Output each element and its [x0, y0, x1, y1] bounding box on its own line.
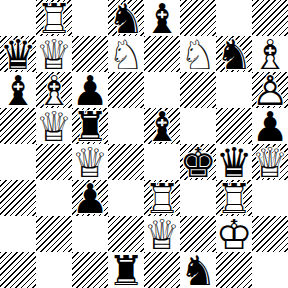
square-c8[interactable] [72, 0, 108, 36]
piece-white-queen: ♛♕ [144, 216, 180, 252]
square-d5[interactable] [108, 108, 144, 144]
piece-white-queen: ♛♕ [252, 144, 288, 180]
square-d4[interactable] [108, 144, 144, 180]
square-h3[interactable] [252, 180, 288, 216]
piece-glyph: ♘ [180, 37, 216, 73]
piece-glyph: ♕ [36, 109, 72, 145]
piece-black-knight: ♞♞ [180, 252, 216, 288]
square-f7[interactable]: ♞♘ [180, 36, 216, 72]
piece-glyph: ♘ [108, 37, 144, 73]
square-h4[interactable]: ♛♕ [252, 144, 288, 180]
square-g1[interactable] [216, 252, 252, 288]
square-h1[interactable] [252, 252, 288, 288]
piece-glyph: ♕ [252, 145, 288, 181]
piece-glyph: ♜ [108, 253, 144, 288]
square-f6[interactable] [180, 72, 216, 108]
square-h2[interactable] [252, 216, 288, 252]
piece-glyph: ♝ [144, 109, 180, 145]
square-g2[interactable]: ♚♔ [216, 216, 252, 252]
square-e5[interactable]: ♝♝ [144, 108, 180, 144]
piece-glyph: ♚ [180, 145, 216, 181]
piece-white-queen: ♛♕ [36, 108, 72, 144]
square-f1[interactable]: ♞♞ [180, 252, 216, 288]
square-c3[interactable]: ♟♟ [72, 180, 108, 216]
piece-glyph: ♟ [72, 181, 108, 217]
square-e8[interactable]: ♝♝ [144, 0, 180, 36]
square-f4[interactable]: ♚♚ [180, 144, 216, 180]
piece-glyph: ♔ [216, 217, 252, 253]
square-g6[interactable] [216, 72, 252, 108]
square-b4[interactable] [36, 144, 72, 180]
square-a5[interactable] [0, 108, 36, 144]
square-a3[interactable] [0, 180, 36, 216]
piece-glyph: ♝ [0, 73, 36, 109]
square-c2[interactable] [72, 216, 108, 252]
square-d6[interactable] [108, 72, 144, 108]
piece-white-knight: ♞♘ [180, 36, 216, 72]
piece-glyph: ♞ [216, 37, 252, 73]
square-a6[interactable]: ♝♝ [0, 72, 36, 108]
chess-board: ♜♖♞♞♝♝♛♛♛♕♞♘♞♘♞♞♝♗♝♝♝♗♟♟♟♙♛♕♜♜♝♝♟♟♛♕♚♚♛♛… [0, 0, 288, 288]
square-f3[interactable] [180, 180, 216, 216]
piece-glyph: ♞ [180, 253, 216, 288]
piece-glyph: ♕ [144, 217, 180, 253]
square-c1[interactable] [72, 252, 108, 288]
piece-white-king: ♚♔ [216, 216, 252, 252]
piece-black-bishop: ♝♝ [0, 72, 36, 108]
square-g7[interactable]: ♞♞ [216, 36, 252, 72]
square-e7[interactable] [144, 36, 180, 72]
square-b3[interactable] [36, 180, 72, 216]
square-b2[interactable] [36, 216, 72, 252]
piece-black-knight: ♞♞ [216, 36, 252, 72]
square-d3[interactable] [108, 180, 144, 216]
piece-glyph: ♝ [144, 1, 180, 37]
square-a2[interactable] [0, 216, 36, 252]
piece-black-king: ♚♚ [180, 144, 216, 180]
square-e1[interactable] [144, 252, 180, 288]
piece-black-bishop: ♝♝ [144, 108, 180, 144]
square-d1[interactable]: ♜♜ [108, 252, 144, 288]
square-d7[interactable]: ♞♘ [108, 36, 144, 72]
square-a1[interactable] [0, 252, 36, 288]
square-b1[interactable] [36, 252, 72, 288]
piece-black-rook: ♜♜ [108, 252, 144, 288]
square-b5[interactable]: ♛♕ [36, 108, 72, 144]
piece-black-bishop: ♝♝ [144, 0, 180, 36]
piece-black-pawn: ♟♟ [72, 180, 108, 216]
square-a4[interactable] [0, 144, 36, 180]
square-e2[interactable]: ♛♕ [144, 216, 180, 252]
piece-white-knight: ♞♘ [108, 36, 144, 72]
